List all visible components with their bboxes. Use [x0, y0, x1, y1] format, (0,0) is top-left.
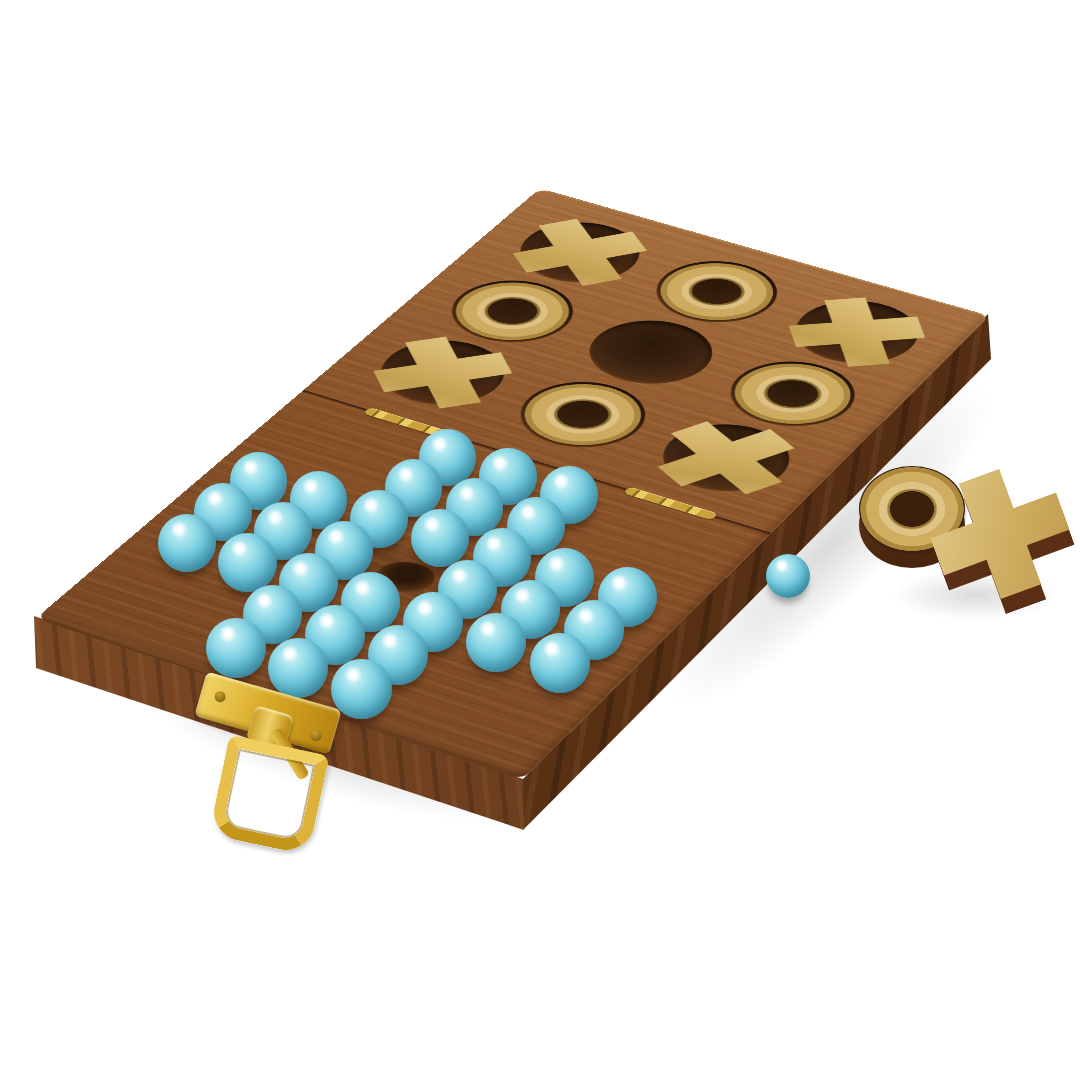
- loose-x-piece[interactable]: [926, 458, 1080, 614]
- loose-marble[interactable]: [766, 554, 810, 598]
- marble[interactable]: [218, 533, 277, 592]
- marble[interactable]: [158, 514, 216, 572]
- latch-clasp-loop[interactable]: [209, 735, 330, 856]
- product-photo-scene: [0, 0, 1080, 1080]
- marble[interactable]: [466, 613, 526, 673]
- x-piece-top: [916, 453, 1080, 615]
- latch-screw: [309, 729, 323, 743]
- x-piece[interactable]: [780, 294, 933, 370]
- latch-screw: [213, 690, 227, 704]
- marble[interactable]: [206, 618, 266, 678]
- marble[interactable]: [530, 633, 590, 693]
- latch: [188, 682, 368, 842]
